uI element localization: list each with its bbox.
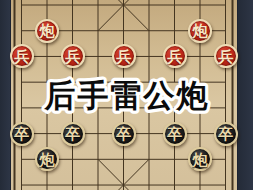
soldier-glyph: 兵 — [14, 48, 29, 63]
soldier-glyph: 兵 — [218, 48, 233, 63]
pieces-layer: 炮炮兵兵兵兵兵卒卒卒卒卒炮炮 — [0, 0, 253, 190]
soldier-glyph: 兵 — [65, 48, 80, 63]
piece-black-soldier[interactable]: 卒 — [10, 122, 34, 146]
cannon-glyph: 炮 — [40, 23, 55, 38]
xiangqi-screenshot-root: 炮炮兵兵兵兵兵卒卒卒卒卒炮炮 后手雷公炮 — [0, 0, 253, 190]
cannon-glyph: 炮 — [40, 151, 55, 166]
piece-black-soldier[interactable]: 卒 — [214, 122, 238, 146]
piece-red-cannon[interactable]: 炮 — [188, 19, 212, 43]
soldier-glyph: 卒 — [218, 126, 233, 141]
cannon-glyph: 炮 — [193, 151, 208, 166]
piece-black-cannon[interactable]: 炮 — [188, 147, 212, 171]
piece-black-soldier[interactable]: 卒 — [163, 122, 187, 146]
piece-red-soldier[interactable]: 兵 — [61, 44, 85, 68]
soldier-glyph: 兵 — [116, 48, 131, 63]
piece-red-cannon[interactable]: 炮 — [35, 19, 59, 43]
piece-black-soldier[interactable]: 卒 — [61, 122, 85, 146]
cannon-glyph: 炮 — [193, 23, 208, 38]
soldier-glyph: 兵 — [167, 48, 182, 63]
piece-red-soldier[interactable]: 兵 — [214, 44, 238, 68]
soldier-glyph: 卒 — [116, 126, 131, 141]
piece-black-cannon[interactable]: 炮 — [35, 147, 59, 171]
piece-red-soldier[interactable]: 兵 — [163, 44, 187, 68]
soldier-glyph: 卒 — [65, 126, 80, 141]
piece-black-soldier[interactable]: 卒 — [112, 122, 136, 146]
piece-red-soldier[interactable]: 兵 — [112, 44, 136, 68]
soldier-glyph: 卒 — [167, 126, 182, 141]
piece-red-soldier[interactable]: 兵 — [10, 44, 34, 68]
soldier-glyph: 卒 — [14, 126, 29, 141]
